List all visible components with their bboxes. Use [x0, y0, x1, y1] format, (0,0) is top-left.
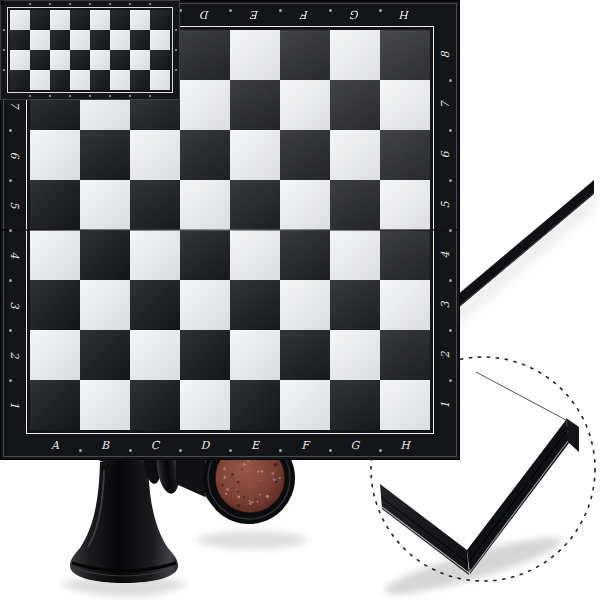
square-b6	[80, 130, 130, 180]
felt-speckle	[242, 498, 244, 500]
felt-speckle	[237, 490, 240, 493]
inset-square	[30, 30, 50, 50]
file-label-c: C	[130, 430, 180, 460]
rank-label-right-5: 5	[420, 190, 470, 220]
felt-speckle	[229, 476, 231, 478]
felt-speckle	[251, 501, 253, 503]
frame-dot	[449, 229, 452, 232]
inset-frame-dot	[29, 3, 31, 5]
inset-square	[130, 50, 150, 70]
square-d1	[180, 380, 230, 430]
square-c3	[130, 280, 180, 330]
square-e1	[230, 380, 280, 430]
square-e4	[230, 230, 280, 280]
frame-dot	[329, 9, 332, 12]
square-e7	[230, 80, 280, 130]
square-f8	[280, 30, 330, 80]
inset-square	[70, 70, 90, 90]
file-label-h: H	[380, 430, 430, 460]
felt-speckle	[243, 463, 246, 466]
frame-dot	[229, 9, 232, 12]
frame-dot	[179, 449, 182, 452]
file-label-d: D	[180, 430, 230, 460]
square-g7	[330, 80, 380, 130]
inset-frame-dot	[3, 49, 5, 51]
frame-dot	[379, 9, 382, 12]
file-label-g: G	[330, 430, 380, 460]
frame-dot	[449, 329, 452, 332]
rank-label-right-3: 3	[420, 290, 470, 320]
felt-speckle	[238, 496, 241, 499]
square-g2	[330, 330, 380, 380]
rank-label-2: 2	[0, 340, 40, 370]
rank-label-right-8: 8	[420, 40, 470, 70]
inset-square	[90, 70, 110, 90]
inset-frame-dot	[109, 95, 111, 97]
square-b3	[80, 280, 130, 330]
rank-label-right-2: 2	[420, 340, 470, 370]
square-d4	[180, 230, 230, 280]
frame-dot	[449, 379, 452, 382]
felt-speckle	[266, 495, 269, 498]
felt-speckle	[239, 484, 240, 485]
felt-speckle	[231, 473, 234, 476]
inset-frame-dot	[49, 3, 51, 5]
square-f4	[280, 230, 330, 280]
felt-speckle	[225, 493, 227, 495]
inset-square	[110, 70, 130, 90]
felt-speckle	[250, 462, 251, 463]
inset-square	[90, 30, 110, 50]
inset-frame-dot	[129, 95, 131, 97]
inset-frame-dot	[89, 95, 91, 97]
file-label-top-h: H	[380, 0, 430, 30]
inset-square	[70, 30, 90, 50]
inset-frame-dot	[29, 95, 31, 97]
square-d2	[180, 330, 230, 380]
square-f7	[280, 80, 330, 130]
inset-frame-dot	[69, 95, 71, 97]
inset-square	[130, 70, 150, 90]
file-label-top-g: G	[330, 0, 380, 30]
square-c5	[130, 180, 180, 230]
product-photo: AABBCCDDEEFFGGHH8877665544332211 ♜♞♝♛♚♝♞…	[0, 0, 600, 600]
inset-square	[130, 30, 150, 50]
square-g8	[330, 30, 380, 80]
square-d7	[180, 80, 230, 130]
inset-square	[30, 10, 50, 30]
file-label-e: E	[230, 430, 280, 460]
felt-speckle	[272, 478, 275, 481]
frame-dot	[329, 449, 332, 452]
inset-square	[150, 10, 170, 30]
file-label-f: F	[280, 430, 330, 460]
rank-label-3: 3	[0, 290, 40, 320]
inset-square	[30, 50, 50, 70]
rank-label-6: 6	[0, 140, 40, 170]
inset-square	[110, 50, 130, 70]
inset-square	[10, 70, 30, 90]
square-g4	[330, 230, 380, 280]
felt-speckle	[226, 488, 229, 491]
file-label-top-f: F	[280, 0, 330, 30]
square-f5	[280, 180, 330, 230]
file-label-top-d: D	[180, 0, 230, 30]
felt-speckle	[222, 476, 224, 478]
inset-square	[50, 70, 70, 90]
square-e3	[230, 280, 280, 330]
frame-dot	[9, 179, 12, 182]
frame-dot	[79, 449, 82, 452]
felt-speckle	[241, 469, 243, 471]
inset-square	[10, 30, 30, 50]
felt-speckle	[257, 501, 259, 503]
inset-square	[50, 50, 70, 70]
square-d6	[180, 130, 230, 180]
felt-speckle	[237, 481, 240, 484]
square-d3	[180, 280, 230, 330]
inset-frame-dot	[3, 29, 5, 31]
square-f1	[280, 380, 330, 430]
felt-speckle	[255, 499, 256, 500]
felt-speckle	[221, 484, 224, 487]
felt-speckle	[223, 467, 226, 470]
felt-speckle	[259, 494, 261, 496]
felt-speckle	[257, 470, 259, 472]
inset-frame-dot	[175, 49, 177, 51]
frame-dot	[449, 129, 452, 132]
square-e8	[230, 30, 280, 80]
rank-label-right-4: 4	[420, 240, 470, 270]
square-c6	[130, 130, 180, 180]
rank-label-4: 4	[0, 240, 40, 270]
inset-frame-dot	[49, 95, 51, 97]
frame-dot	[449, 179, 452, 182]
inset-frame-dot	[175, 69, 177, 71]
felt-speckle	[261, 470, 264, 473]
inset-frame-dot	[149, 95, 151, 97]
inset-square	[10, 10, 30, 30]
square-b5	[80, 180, 130, 230]
square-e5	[230, 180, 280, 230]
square-e2	[230, 330, 280, 380]
rank-label-right-7: 7	[420, 90, 470, 120]
felt-speckle	[272, 472, 275, 475]
square-c1	[130, 380, 180, 430]
frame-dot	[9, 279, 12, 282]
square-g5	[330, 180, 380, 230]
frame-dot	[9, 229, 12, 232]
frame-dot	[129, 449, 132, 452]
inset-frame-dot	[89, 3, 91, 5]
felt-speckle	[237, 504, 240, 507]
felt-speckle	[279, 477, 281, 479]
frame-dot	[9, 379, 12, 382]
frame-dot	[279, 449, 282, 452]
inset-square	[150, 30, 170, 50]
inset-square	[10, 50, 30, 70]
inset-square	[70, 10, 90, 30]
rank-label-right-6: 6	[420, 140, 470, 170]
square-c4	[130, 230, 180, 280]
frame-dot	[449, 79, 452, 82]
inset-frame-dot	[149, 3, 151, 5]
felt-speckle	[260, 480, 261, 481]
square-b4	[80, 230, 130, 280]
felt-speckle	[249, 500, 251, 502]
square-b1	[80, 380, 130, 430]
square-f2	[280, 330, 330, 380]
frame-dot	[9, 329, 12, 332]
frame-dot	[379, 449, 382, 452]
frame-dot	[449, 279, 452, 282]
square-g6	[330, 130, 380, 180]
frame-dot	[279, 9, 282, 12]
inset-frame-dot	[175, 29, 177, 31]
frame-dot	[9, 129, 12, 132]
square-f6	[280, 130, 330, 180]
square-d5	[180, 180, 230, 230]
frame-dot	[229, 449, 232, 452]
inset-square	[90, 10, 110, 30]
inset-square	[50, 30, 70, 50]
felt-speckle	[275, 481, 278, 484]
inset-square	[130, 10, 150, 30]
felt-speckle	[243, 496, 245, 498]
square-c2	[130, 330, 180, 380]
square-b2	[80, 330, 130, 380]
inset-square	[70, 50, 90, 70]
inset-square	[150, 50, 170, 70]
inset-square	[110, 30, 130, 50]
inset-frame-dot	[129, 3, 131, 5]
rank-label-5: 5	[0, 190, 40, 220]
inset-square	[150, 70, 170, 90]
inset-square	[90, 50, 110, 70]
square-g3	[330, 280, 380, 330]
folded-board-top	[0, 0, 180, 100]
file-label-a: A	[30, 430, 80, 460]
square-g1	[330, 380, 380, 430]
rank-label-right-1: 1	[420, 390, 470, 420]
file-label-b: B	[80, 430, 130, 460]
square-d8	[180, 30, 230, 80]
square-e6	[230, 130, 280, 180]
inset-frame-dot	[3, 69, 5, 71]
inset-square	[30, 70, 50, 90]
inset-square	[110, 10, 130, 30]
felt-speckle	[274, 463, 277, 466]
file-label-top-e: E	[230, 0, 280, 30]
inset-frame-dot	[69, 3, 71, 5]
inset-frame-dot	[109, 3, 111, 5]
rank-label-1: 1	[0, 390, 40, 420]
square-f3	[280, 280, 330, 330]
inset-square	[50, 10, 70, 30]
